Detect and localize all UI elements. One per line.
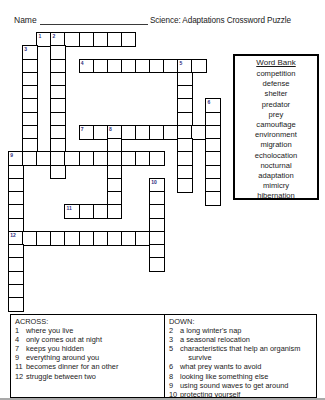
word-bank-word: hibernation: [235, 191, 317, 201]
word-bank-word: mimicry: [235, 181, 317, 191]
word-bank-word: camouflage: [235, 120, 317, 130]
clue-item: 8looking like something else: [169, 372, 314, 381]
word-bank-word: nocturnal: [235, 161, 317, 171]
word-bank-word: shelter: [235, 89, 317, 99]
clue-item: 2a long winter's nap: [169, 326, 314, 335]
word-bank-word: prey: [235, 110, 317, 120]
across-header: ACROSS:: [15, 317, 162, 326]
word-bank-list: competitiondefenseshelterpredatorpreycam…: [235, 69, 317, 202]
grid-cell[interactable]: [177, 178, 193, 193]
down-clues: DOWN: 2a long winter's nap3a seasonal re…: [165, 315, 316, 397]
clue-item: 12struggle between two: [15, 372, 162, 381]
clue-text: keeps you hidden: [26, 344, 84, 353]
grid-cell[interactable]: [205, 191, 221, 206]
clue-text: what prey wants to avoid: [180, 362, 261, 371]
clue-number: 5: [169, 344, 180, 362]
clue-number-label: 11: [67, 206, 72, 211]
name-label: Name: [14, 15, 37, 25]
clue-item: 9everything around you: [15, 353, 162, 362]
clue-number-label: 6: [208, 100, 211, 105]
clue-number-label: 7: [81, 127, 84, 132]
word-bank-box: Word Bank competitiondefenseshelterpreda…: [233, 54, 319, 200]
grid-cell[interactable]: [50, 165, 66, 180]
clue-text: characteristics that help an organism su…: [180, 344, 300, 362]
clue-item: 9using sound waves to get around: [169, 381, 314, 390]
name-field: Name: [14, 15, 148, 25]
clue-text: using sound waves to get around: [180, 381, 288, 390]
word-bank-word: competition: [235, 69, 317, 79]
clue-text: becomes dinner for an other: [26, 362, 118, 371]
across-clues: ACROSS: 1where you live4only comes out a…: [11, 315, 165, 397]
clue-item: 6what prey wants to avoid: [169, 362, 314, 371]
word-bank-word: environment: [235, 130, 317, 140]
clue-number-label: 2: [53, 34, 56, 39]
clue-text: protecting yourself: [180, 390, 240, 398]
clue-number-label: 4: [81, 61, 84, 66]
clue-item: 3a seasonal relocation: [169, 335, 314, 344]
clue-item: 4only comes out at night: [15, 335, 162, 344]
clue-item: 5characteristics that help an organism s…: [169, 344, 314, 362]
clue-number: 1: [15, 326, 26, 335]
page-title: Science: Adaptations Crossword Puzzle: [150, 16, 291, 25]
clue-number: 12: [15, 372, 26, 381]
clue-number-label: 5: [179, 61, 182, 66]
grid-cell[interactable]: [121, 32, 137, 47]
clue-number: 4: [15, 335, 26, 344]
clue-number: 11: [15, 362, 26, 371]
clue-item: 7keeps you hidden: [15, 344, 162, 353]
across-clue-list: 1where you live4only comes out at night7…: [15, 326, 162, 381]
word-bank-word: migration: [235, 140, 317, 150]
grid-cell[interactable]: [107, 204, 123, 219]
clue-text: struggle between two: [26, 372, 96, 381]
clue-text: only comes out at night: [26, 335, 102, 344]
word-bank-title: Word Bank: [235, 57, 317, 69]
clue-number: 7: [15, 344, 26, 353]
word-bank-word: echolocation: [235, 151, 317, 161]
name-blank-line[interactable]: [40, 15, 148, 25]
clue-text: a seasonal relocation: [180, 335, 250, 344]
clue-number: 2: [169, 326, 180, 335]
clue-number-label: 8: [109, 127, 112, 132]
word-bank-word: defense: [235, 79, 317, 89]
clue-text: looking like something else: [180, 372, 268, 381]
word-bank-word: adaptation: [235, 171, 317, 181]
clue-number: 8: [169, 372, 180, 381]
grid-cell[interactable]: [149, 151, 165, 166]
clue-number-label: 12: [10, 233, 16, 238]
clue-item: 10protecting yourself: [169, 390, 314, 398]
clue-item: 1where you live: [15, 326, 162, 335]
down-header: DOWN:: [169, 317, 314, 326]
grid-cell[interactable]: [8, 297, 24, 312]
clue-number: 10: [169, 390, 180, 398]
clue-number: 3: [169, 335, 180, 344]
clue-number: 9: [169, 381, 180, 390]
clue-number-label: 9: [10, 153, 13, 158]
clues-box: ACROSS: 1where you live4only comes out a…: [10, 314, 317, 398]
word-bank-word: predator: [235, 100, 317, 110]
clue-text: everything around you: [26, 353, 99, 362]
clue-text: a long winter's nap: [180, 326, 241, 335]
down-clue-list: 2a long winter's nap3a seasonal relocati…: [169, 326, 314, 398]
clue-number: 6: [169, 362, 180, 371]
clue-number-label: 3: [24, 47, 27, 52]
grid-cell[interactable]: [191, 59, 207, 74]
clue-text: where you live: [26, 326, 73, 335]
clue-item: 11becomes dinner for an other: [15, 362, 162, 371]
clue-number-label: 1: [38, 34, 41, 39]
clue-number: 9: [15, 353, 26, 362]
grid-cell[interactable]: [149, 257, 165, 272]
crossword-grid: 123456789101112: [8, 32, 222, 313]
clue-number-label: 10: [151, 180, 157, 185]
